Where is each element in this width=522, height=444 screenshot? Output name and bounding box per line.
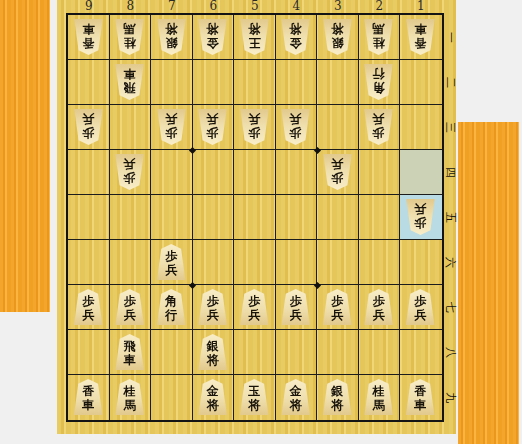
piece-kanji: 銀 <box>156 36 187 50</box>
piece-sente-pawn[interactable]: 歩兵 <box>73 289 104 325</box>
piece-gote-silver[interactable]: 銀将 <box>156 19 187 55</box>
piece-kanji: 兵 <box>114 157 145 171</box>
piece-kanji: 歩 <box>73 295 104 309</box>
piece-kanji: 金 <box>280 36 311 50</box>
piece-sente-pawn[interactable]: 歩兵 <box>156 244 187 280</box>
square-11[interactable]: 香車 <box>400 15 442 60</box>
square-25[interactable] <box>359 195 401 240</box>
piece-kanji: 将 <box>239 399 270 413</box>
square-27[interactable]: 歩兵 <box>359 285 401 330</box>
piece-sente-silver[interactable]: 銀将 <box>197 334 228 370</box>
piece-kanji: 将 <box>197 354 228 368</box>
piece-kanji: 兵 <box>280 112 311 126</box>
piece-kanji: 兵 <box>322 309 353 323</box>
piece-gote-pawn[interactable]: 歩兵 <box>322 154 353 190</box>
square-46[interactable] <box>276 240 318 285</box>
piece-kanji: 歩 <box>197 295 228 309</box>
piece-gote-lance[interactable]: 香車 <box>405 19 436 55</box>
file-label: 1 <box>400 0 442 13</box>
piece-gote-pawn[interactable]: 歩兵 <box>73 109 104 145</box>
piece-kanji: 角 <box>363 81 394 95</box>
square-22[interactable]: 角行 <box>359 60 401 105</box>
square-42[interactable] <box>276 60 318 105</box>
file-label: 8 <box>110 0 152 13</box>
piece-kanji: 馬 <box>114 22 145 36</box>
square-96[interactable] <box>68 240 110 285</box>
piece-kanji: 車 <box>114 354 145 368</box>
piece-kanji: 将 <box>239 22 270 36</box>
square-97[interactable]: 歩兵 <box>68 285 110 330</box>
square-79[interactable] <box>151 375 193 420</box>
square-65[interactable] <box>193 195 235 240</box>
piece-kanji: 歩 <box>73 126 104 140</box>
piece-gote-pawn[interactable]: 歩兵 <box>239 109 270 145</box>
square-56[interactable] <box>234 240 276 285</box>
square-39[interactable]: 銀将 <box>317 375 359 420</box>
piece-kanji: 兵 <box>239 112 270 126</box>
square-88[interactable]: 飛車 <box>110 330 152 375</box>
square-73[interactable]: 歩兵 <box>151 105 193 150</box>
piece-kanji: 行 <box>363 67 394 81</box>
square-49[interactable]: 金将 <box>276 375 318 420</box>
piece-gote-pawn[interactable]: 歩兵 <box>280 109 311 145</box>
piece-sente-king[interactable]: 玉将 <box>239 379 270 415</box>
piece-kanji: 歩 <box>405 295 436 309</box>
piece-sente-pawn[interactable]: 歩兵 <box>280 289 311 325</box>
square-86[interactable] <box>110 240 152 285</box>
piece-sente-gold[interactable]: 金将 <box>197 379 228 415</box>
square-83[interactable] <box>110 105 152 150</box>
piece-kanji: 飛 <box>114 81 145 95</box>
piece-kanji: 馬 <box>114 399 145 413</box>
square-69[interactable]: 金将 <box>193 375 235 420</box>
square-82[interactable]: 飛車 <box>110 60 152 105</box>
piece-gote-silver[interactable]: 銀将 <box>322 19 353 55</box>
piece-kanji: 兵 <box>197 309 228 323</box>
piece-kanji: 歩 <box>322 295 353 309</box>
file-labels: 987654321 <box>68 0 442 13</box>
piece-kanji: 将 <box>156 22 187 36</box>
piece-gote-rook[interactable]: 飛車 <box>114 64 145 100</box>
square-45[interactable] <box>276 195 318 240</box>
square-75[interactable] <box>151 195 193 240</box>
piece-sente-bishop[interactable]: 角行 <box>156 289 187 325</box>
piece-sente-pawn[interactable]: 歩兵 <box>197 289 228 325</box>
piece-gote-bishop[interactable]: 角行 <box>363 64 394 100</box>
piece-kanji: 行 <box>156 309 187 323</box>
piece-kanji: 桂 <box>114 385 145 399</box>
piece-sente-pawn[interactable]: 歩兵 <box>114 289 145 325</box>
square-35[interactable] <box>317 195 359 240</box>
piece-kanji: 馬 <box>363 22 394 36</box>
square-92[interactable] <box>68 60 110 105</box>
piece-kanji: 車 <box>405 399 436 413</box>
square-58[interactable] <box>234 330 276 375</box>
square-61[interactable]: 金将 <box>193 15 235 60</box>
piece-kanji: 将 <box>322 22 353 36</box>
file-label: 4 <box>276 0 318 13</box>
square-63[interactable]: 歩兵 <box>193 105 235 150</box>
piece-kanji: 兵 <box>322 157 353 171</box>
square-37[interactable]: 歩兵 <box>317 285 359 330</box>
square-41[interactable]: 金将 <box>276 15 318 60</box>
square-91[interactable]: 香車 <box>68 15 110 60</box>
square-17[interactable]: 歩兵 <box>400 285 442 330</box>
file-label: 7 <box>151 0 193 13</box>
piece-kanji: 角 <box>156 295 187 309</box>
square-21[interactable]: 桂馬 <box>359 15 401 60</box>
square-23[interactable]: 歩兵 <box>359 105 401 150</box>
piece-sente-knight[interactable]: 桂馬 <box>114 379 145 415</box>
piece-kanji: 車 <box>73 22 104 36</box>
piece-gote-pawn[interactable]: 歩兵 <box>114 154 145 190</box>
piece-kanji: 飛 <box>114 340 145 354</box>
piece-kanji: 将 <box>322 399 353 413</box>
square-44[interactable] <box>276 150 318 195</box>
piece-kanji: 金 <box>197 36 228 50</box>
square-76[interactable]: 歩兵 <box>151 240 193 285</box>
square-43[interactable]: 歩兵 <box>276 105 318 150</box>
piece-kanji: 歩 <box>363 295 394 309</box>
piece-gote-gold[interactable]: 金将 <box>280 19 311 55</box>
square-94[interactable] <box>68 150 110 195</box>
piece-gote-pawn[interactable]: 歩兵 <box>156 109 187 145</box>
square-13[interactable] <box>400 105 442 150</box>
piece-sente-pawn[interactable]: 歩兵 <box>322 289 353 325</box>
piece-kanji: 兵 <box>405 309 436 323</box>
file-label: 3 <box>317 0 359 13</box>
square-14[interactable] <box>400 150 442 195</box>
piece-gote-knight[interactable]: 桂馬 <box>114 19 145 55</box>
piece-kanji: 兵 <box>73 309 104 323</box>
square-16[interactable] <box>400 240 442 285</box>
piece-kanji: 王 <box>239 36 270 50</box>
square-66[interactable] <box>193 240 235 285</box>
piece-kanji: 兵 <box>239 309 270 323</box>
square-98[interactable] <box>68 330 110 375</box>
piece-kanji: 将 <box>197 399 228 413</box>
piece-kanji: 車 <box>73 399 104 413</box>
square-33[interactable] <box>317 105 359 150</box>
square-57[interactable]: 歩兵 <box>234 285 276 330</box>
piece-kanji: 桂 <box>363 385 394 399</box>
square-32[interactable] <box>317 60 359 105</box>
square-81[interactable]: 桂馬 <box>110 15 152 60</box>
gote-piece-stand[interactable] <box>0 0 50 312</box>
piece-kanji: 香 <box>73 36 104 50</box>
piece-kanji: 兵 <box>280 309 311 323</box>
piece-kanji: 金 <box>280 385 311 399</box>
square-31[interactable]: 銀将 <box>317 15 359 60</box>
piece-kanji: 歩 <box>156 250 187 264</box>
square-99[interactable]: 香車 <box>68 375 110 420</box>
piece-kanji: 歩 <box>363 126 394 140</box>
piece-kanji: 兵 <box>363 112 394 126</box>
square-87[interactable]: 歩兵 <box>110 285 152 330</box>
piece-kanji: 将 <box>280 399 311 413</box>
square-52[interactable] <box>234 60 276 105</box>
square-59[interactable]: 玉将 <box>234 375 276 420</box>
square-38[interactable] <box>317 330 359 375</box>
square-72[interactable] <box>151 60 193 105</box>
piece-kanji: 兵 <box>156 264 187 278</box>
piece-kanji: 歩 <box>197 126 228 140</box>
square-24[interactable] <box>359 150 401 195</box>
square-93[interactable]: 歩兵 <box>68 105 110 150</box>
piece-sente-rook[interactable]: 飛車 <box>114 334 145 370</box>
piece-kanji: 銀 <box>197 340 228 354</box>
square-95[interactable] <box>68 195 110 240</box>
piece-kanji: 兵 <box>197 112 228 126</box>
piece-gote-gold[interactable]: 金将 <box>197 19 228 55</box>
piece-gote-pawn[interactable]: 歩兵 <box>405 199 436 235</box>
piece-kanji: 玉 <box>239 385 270 399</box>
piece-sente-pawn[interactable]: 歩兵 <box>405 289 436 325</box>
piece-kanji: 歩 <box>114 295 145 309</box>
piece-kanji: 兵 <box>405 202 436 216</box>
shogi-app: 987654321 一二三四五六七八九 香車桂馬銀将金将王将金将銀将桂馬香車飛車… <box>0 0 522 444</box>
piece-kanji: 歩 <box>239 126 270 140</box>
piece-kanji: 香 <box>73 385 104 399</box>
piece-sente-silver[interactable]: 銀将 <box>322 379 353 415</box>
piece-kanji: 兵 <box>114 309 145 323</box>
file-label: 9 <box>68 0 110 13</box>
file-label: 2 <box>359 0 401 13</box>
piece-kanji: 銀 <box>322 385 353 399</box>
piece-kanji: 兵 <box>156 112 187 126</box>
square-55[interactable] <box>234 195 276 240</box>
piece-sente-lance[interactable]: 香車 <box>405 379 436 415</box>
file-label: 5 <box>234 0 276 13</box>
piece-kanji: 兵 <box>73 112 104 126</box>
piece-kanji: 桂 <box>363 36 394 50</box>
square-77[interactable]: 角行 <box>151 285 193 330</box>
square-18[interactable] <box>400 330 442 375</box>
square-67[interactable]: 歩兵 <box>193 285 235 330</box>
piece-kanji: 桂 <box>114 36 145 50</box>
piece-kanji: 歩 <box>156 126 187 140</box>
shogi-board: 987654321 一二三四五六七八九 香車桂馬銀将金将王将金将銀将桂馬香車飛車… <box>57 0 456 434</box>
piece-kanji: 歩 <box>280 295 311 309</box>
square-48[interactable] <box>276 330 318 375</box>
piece-kanji: 将 <box>197 22 228 36</box>
piece-gote-king[interactable]: 王将 <box>239 19 270 55</box>
piece-gote-pawn[interactable]: 歩兵 <box>197 109 228 145</box>
piece-gote-lance[interactable]: 香車 <box>73 19 104 55</box>
piece-kanji: 香 <box>405 36 436 50</box>
square-47[interactable]: 歩兵 <box>276 285 318 330</box>
square-19[interactable]: 香車 <box>400 375 442 420</box>
piece-sente-gold[interactable]: 金将 <box>280 379 311 415</box>
piece-gote-knight[interactable]: 桂馬 <box>363 19 394 55</box>
rank-labels: 一二三四五六七八九 <box>444 15 457 420</box>
square-84[interactable]: 歩兵 <box>110 150 152 195</box>
piece-kanji: 車 <box>405 22 436 36</box>
square-71[interactable]: 銀将 <box>151 15 193 60</box>
piece-kanji: 歩 <box>239 295 270 309</box>
piece-sente-pawn[interactable]: 歩兵 <box>239 289 270 325</box>
square-28[interactable] <box>359 330 401 375</box>
piece-kanji: 銀 <box>322 36 353 50</box>
square-15[interactable]: 歩兵 <box>400 195 442 240</box>
piece-kanji: 香 <box>405 385 436 399</box>
square-34[interactable]: 歩兵 <box>317 150 359 195</box>
piece-sente-lance[interactable]: 香車 <box>73 379 104 415</box>
square-54[interactable] <box>234 150 276 195</box>
square-64[interactable] <box>193 150 235 195</box>
piece-sente-pawn[interactable]: 歩兵 <box>363 289 394 325</box>
square-74[interactable] <box>151 150 193 195</box>
square-51[interactable]: 王将 <box>234 15 276 60</box>
shogi-board-grid: 香車桂馬銀将金将王将金将銀将桂馬香車飛車角行歩兵歩兵歩兵歩兵歩兵歩兵歩兵歩兵歩兵… <box>66 13 444 422</box>
piece-gote-pawn[interactable]: 歩兵 <box>363 109 394 145</box>
square-12[interactable] <box>400 60 442 105</box>
square-85[interactable] <box>110 195 152 240</box>
square-29[interactable]: 桂馬 <box>359 375 401 420</box>
square-36[interactable] <box>317 240 359 285</box>
square-62[interactable] <box>193 60 235 105</box>
square-78[interactable] <box>151 330 193 375</box>
piece-kanji: 馬 <box>363 399 394 413</box>
piece-kanji: 将 <box>280 22 311 36</box>
piece-kanji: 歩 <box>280 126 311 140</box>
file-label: 6 <box>193 0 235 13</box>
square-89[interactable]: 桂馬 <box>110 375 152 420</box>
piece-kanji: 金 <box>197 385 228 399</box>
piece-sente-knight[interactable]: 桂馬 <box>363 379 394 415</box>
square-53[interactable]: 歩兵 <box>234 105 276 150</box>
piece-kanji: 兵 <box>363 309 394 323</box>
piece-kanji: 歩 <box>322 171 353 185</box>
piece-kanji: 歩 <box>114 171 145 185</box>
piece-kanji: 歩 <box>405 216 436 230</box>
piece-kanji: 車 <box>114 67 145 81</box>
square-68[interactable]: 銀将 <box>193 330 235 375</box>
square-26[interactable] <box>359 240 401 285</box>
